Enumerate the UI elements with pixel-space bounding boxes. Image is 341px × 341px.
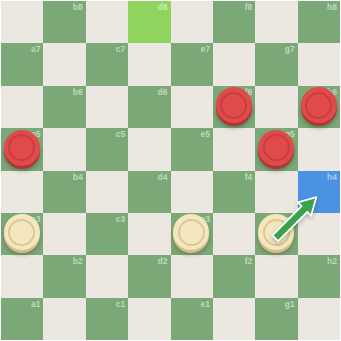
piece-white-man-e3[interactable] [173, 214, 209, 250]
square-label-c1: c1 [116, 299, 125, 309]
square-e6[interactable] [171, 86, 213, 128]
square-c6[interactable] [86, 86, 128, 128]
square-label-g1: g1 [285, 299, 295, 309]
square-label-e5: e5 [200, 129, 209, 139]
square-label-c5: c5 [116, 129, 125, 139]
square-e1[interactable]: e1 [171, 298, 213, 340]
square-label-h4: h4 [327, 172, 337, 182]
square-d5[interactable] [128, 128, 170, 170]
square-f1[interactable] [213, 298, 255, 340]
checkers-board: b8d8f8h8a7c7e7g7b6d6f6h6a5c5e5g5b4d4f4h4… [0, 0, 341, 341]
square-d1[interactable] [128, 298, 170, 340]
square-a6[interactable] [1, 86, 43, 128]
piece-white-man-g3[interactable] [258, 214, 294, 250]
square-g5[interactable]: g5 [255, 128, 297, 170]
square-label-b4: b4 [73, 172, 83, 182]
square-h1[interactable] [298, 298, 340, 340]
square-g2[interactable] [255, 255, 297, 297]
square-h6[interactable]: h6 [298, 86, 340, 128]
square-b2[interactable]: b2 [43, 255, 85, 297]
square-e3[interactable]: e3 [171, 213, 213, 255]
square-c4[interactable] [86, 171, 128, 213]
square-h7[interactable] [298, 43, 340, 85]
square-f3[interactable] [213, 213, 255, 255]
square-label-c3: c3 [116, 214, 125, 224]
square-g1[interactable]: g1 [255, 298, 297, 340]
square-h3[interactable] [298, 213, 340, 255]
square-b4[interactable]: b4 [43, 171, 85, 213]
square-label-f4: f4 [245, 172, 253, 182]
square-label-b6: b6 [73, 87, 83, 97]
square-label-f2: f2 [245, 256, 253, 266]
square-label-g7: g7 [285, 44, 295, 54]
square-f5[interactable] [213, 128, 255, 170]
square-d3[interactable] [128, 213, 170, 255]
square-e7[interactable]: e7 [171, 43, 213, 85]
square-e2[interactable] [171, 255, 213, 297]
square-g7[interactable]: g7 [255, 43, 297, 85]
square-c1[interactable]: c1 [86, 298, 128, 340]
square-label-h8: h8 [327, 2, 337, 12]
square-b8[interactable]: b8 [43, 1, 85, 43]
piece-red-man-g5[interactable] [258, 130, 294, 166]
square-label-e1: e1 [200, 299, 209, 309]
square-label-h2: h2 [327, 256, 337, 266]
square-h8[interactable]: h8 [298, 1, 340, 43]
square-d7[interactable] [128, 43, 170, 85]
square-h4[interactable]: h4 [298, 171, 340, 213]
square-label-f8: f8 [245, 2, 253, 12]
square-h2[interactable]: h2 [298, 255, 340, 297]
square-d6[interactable]: d6 [128, 86, 170, 128]
square-d4[interactable]: d4 [128, 171, 170, 213]
square-a8[interactable] [1, 1, 43, 43]
square-c5[interactable]: c5 [86, 128, 128, 170]
square-g4[interactable] [255, 171, 297, 213]
square-e5[interactable]: e5 [171, 128, 213, 170]
square-d2[interactable]: d2 [128, 255, 170, 297]
square-a5[interactable]: a5 [1, 128, 43, 170]
square-label-d8: d8 [158, 2, 168, 12]
square-label-b2: b2 [73, 256, 83, 266]
square-a1[interactable]: a1 [1, 298, 43, 340]
square-label-a7: a7 [31, 44, 40, 54]
square-c7[interactable]: c7 [86, 43, 128, 85]
square-label-a1: a1 [31, 299, 40, 309]
square-label-b8: b8 [73, 2, 83, 12]
square-g8[interactable] [255, 1, 297, 43]
square-f2[interactable]: f2 [213, 255, 255, 297]
square-b5[interactable] [43, 128, 85, 170]
square-c8[interactable] [86, 1, 128, 43]
square-b1[interactable] [43, 298, 85, 340]
square-label-d4: d4 [158, 172, 168, 182]
square-g3[interactable]: g3 [255, 213, 297, 255]
square-a3[interactable]: a3 [1, 213, 43, 255]
square-h5[interactable] [298, 128, 340, 170]
square-g6[interactable] [255, 86, 297, 128]
square-c2[interactable] [86, 255, 128, 297]
square-f8[interactable]: f8 [213, 1, 255, 43]
square-label-e7: e7 [200, 44, 209, 54]
square-label-d6: d6 [158, 87, 168, 97]
square-a2[interactable] [1, 255, 43, 297]
piece-red-man-h6[interactable] [301, 87, 337, 123]
square-label-c7: c7 [116, 44, 125, 54]
square-b7[interactable] [43, 43, 85, 85]
square-a7[interactable]: a7 [1, 43, 43, 85]
square-f6[interactable]: f6 [213, 86, 255, 128]
square-d8[interactable]: d8 [128, 1, 170, 43]
square-e8[interactable] [171, 1, 213, 43]
square-b6[interactable]: b6 [43, 86, 85, 128]
square-f4[interactable]: f4 [213, 171, 255, 213]
square-c3[interactable]: c3 [86, 213, 128, 255]
square-label-d2: d2 [158, 256, 168, 266]
piece-white-man-a3[interactable] [4, 214, 40, 250]
piece-red-man-a5[interactable] [4, 130, 40, 166]
square-e4[interactable] [171, 171, 213, 213]
piece-red-man-f6[interactable] [216, 87, 252, 123]
square-a4[interactable] [1, 171, 43, 213]
square-b3[interactable] [43, 213, 85, 255]
square-f7[interactable] [213, 43, 255, 85]
